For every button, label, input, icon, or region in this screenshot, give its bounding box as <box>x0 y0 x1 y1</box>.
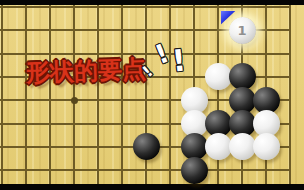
grid-line <box>121 5 123 184</box>
grid-line <box>289 5 291 184</box>
go-stone-white[interactable] <box>253 133 280 160</box>
go-stone-white[interactable] <box>205 133 232 160</box>
grid-line <box>0 169 291 171</box>
grid-line <box>1 5 3 184</box>
star-point <box>71 97 78 104</box>
exclamation-icon: ! <box>151 38 173 70</box>
go-stone-black[interactable] <box>133 133 160 160</box>
go-stone-white[interactable] <box>229 133 256 160</box>
grid-line <box>73 5 75 184</box>
grid-line <box>0 6 291 8</box>
letterbox-bar-bottom <box>0 184 304 190</box>
go-board[interactable]: 1 形状的要点 ! ! ! <box>0 0 304 190</box>
go-stone-white[interactable] <box>205 63 232 90</box>
grid-line <box>25 5 27 184</box>
move-number-label: 1 <box>229 17 256 44</box>
go-stone-black[interactable] <box>181 157 208 184</box>
grid-line <box>97 5 99 184</box>
caption-text: 形状的要点 <box>25 53 146 89</box>
grid-line <box>49 5 51 184</box>
letterbox-bar-top <box>0 0 304 5</box>
go-stone-white-move-1[interactable]: 1 <box>229 17 256 44</box>
exclamation-icon: ! <box>170 42 187 78</box>
exclamation-decoration: ! ! ! <box>144 36 194 96</box>
